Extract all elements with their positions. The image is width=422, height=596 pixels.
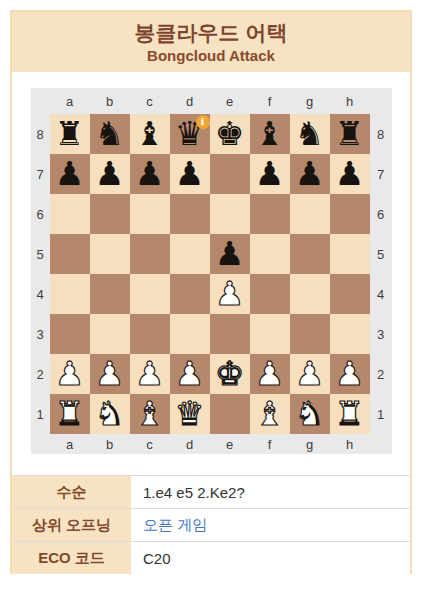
square-a4	[50, 274, 90, 314]
piece-black-knight: ♞	[295, 114, 325, 154]
rank-label-right-2: 2	[370, 354, 392, 394]
piece-white-queen: ♛	[175, 394, 205, 434]
square-h1: ♜	[330, 394, 370, 434]
piece-white-rook: ♜	[55, 394, 85, 434]
square-f3	[250, 314, 290, 354]
square-g4	[290, 274, 330, 314]
piece-black-pawn: ♟	[215, 234, 245, 274]
piece-white-pawn: ♟	[295, 354, 325, 394]
piece-black-rook: ♜	[55, 114, 85, 154]
square-a3	[50, 314, 90, 354]
table-row: ECO 코드 C20	[12, 541, 410, 574]
square-e2: ♚	[210, 354, 250, 394]
file-label-bottom-g: g	[290, 434, 330, 454]
info-icon[interactable]: i	[196, 115, 210, 129]
rank-label-left-1: 1	[31, 394, 50, 434]
board-corner	[31, 88, 50, 114]
square-a1: ♜	[50, 394, 90, 434]
rank-label-right-1: 1	[370, 394, 392, 434]
square-f7: ♟	[250, 154, 290, 194]
square-g7: ♟	[290, 154, 330, 194]
piece-white-pawn: ♟	[95, 354, 125, 394]
square-g6	[290, 194, 330, 234]
square-a7: ♟	[50, 154, 90, 194]
square-b6	[90, 194, 130, 234]
piece-white-rook: ♜	[335, 394, 365, 434]
square-d2: ♟	[170, 354, 210, 394]
file-label-bottom-f: f	[250, 434, 290, 454]
square-g2: ♟	[290, 354, 330, 394]
rank-label-right-4: 4	[370, 274, 392, 314]
square-c5	[130, 234, 170, 274]
square-h7: ♟	[330, 154, 370, 194]
opening-title-korean: 봉클라우드 어택	[135, 20, 288, 46]
square-a8: ♜	[50, 114, 90, 154]
square-h3	[330, 314, 370, 354]
square-b7: ♟	[90, 154, 130, 194]
piece-white-king: ♚	[215, 354, 245, 394]
square-e6	[210, 194, 250, 234]
piece-black-king: ♚	[215, 114, 245, 154]
square-f5	[250, 234, 290, 274]
file-label-top-d: d	[170, 88, 210, 114]
square-h4	[330, 274, 370, 314]
square-d5	[170, 234, 210, 274]
rank-label-right-7: 7	[370, 154, 392, 194]
file-label-bottom-a: a	[50, 434, 90, 454]
rank-label-left-4: 4	[31, 274, 50, 314]
square-f4	[250, 274, 290, 314]
square-a5	[50, 234, 90, 274]
moves-value: 1.e4 e5 2.Ke2?	[131, 476, 410, 508]
square-h6	[330, 194, 370, 234]
square-e5: ♟	[210, 234, 250, 274]
opening-title-english: Bongcloud Attack	[147, 46, 275, 65]
square-e3	[210, 314, 250, 354]
square-h8: ♜	[330, 114, 370, 154]
square-f8: ♝	[250, 114, 290, 154]
square-c3	[130, 314, 170, 354]
square-g1: ♞	[290, 394, 330, 434]
file-label-bottom-e: e	[210, 434, 250, 454]
rank-label-left-7: 7	[31, 154, 50, 194]
square-b4	[90, 274, 130, 314]
piece-black-pawn: ♟	[55, 154, 85, 194]
piece-black-bishop: ♝	[255, 114, 285, 154]
rank-label-left-2: 2	[31, 354, 50, 394]
file-label-top-g: g	[290, 88, 330, 114]
piece-white-pawn: ♟	[175, 354, 205, 394]
square-c8: ♝	[130, 114, 170, 154]
rank-label-left-5: 5	[31, 234, 50, 274]
square-c6	[130, 194, 170, 234]
piece-black-pawn: ♟	[175, 154, 205, 194]
board-corner	[31, 434, 50, 454]
square-h5	[330, 234, 370, 274]
square-b8: ♞	[90, 114, 130, 154]
parent-opening-link[interactable]: 오픈 게임	[143, 516, 207, 535]
square-b2: ♟	[90, 354, 130, 394]
file-label-top-f: f	[250, 88, 290, 114]
square-f2: ♟	[250, 354, 290, 394]
rank-label-right-3: 3	[370, 314, 392, 354]
moves-label: 수순	[12, 476, 131, 508]
piece-black-bishop: ♝	[135, 114, 165, 154]
file-label-bottom-d: d	[170, 434, 210, 454]
piece-white-knight: ♞	[295, 394, 325, 434]
board-corner	[370, 88, 392, 114]
piece-white-pawn: ♟	[215, 274, 245, 314]
square-a2: ♟	[50, 354, 90, 394]
file-label-bottom-h: h	[330, 434, 370, 454]
file-label-top-b: b	[90, 88, 130, 114]
square-c2: ♟	[130, 354, 170, 394]
square-d6	[170, 194, 210, 234]
eco-code-text: C20	[143, 550, 171, 567]
piece-black-pawn: ♟	[295, 154, 325, 194]
file-label-bottom-b: b	[90, 434, 130, 454]
piece-black-pawn: ♟	[255, 154, 285, 194]
square-c7: ♟	[130, 154, 170, 194]
file-label-bottom-c: c	[130, 434, 170, 454]
piece-white-bishop: ♝	[255, 394, 285, 434]
piece-black-knight: ♞	[95, 114, 125, 154]
rank-label-right-5: 5	[370, 234, 392, 274]
chess-board: abcdefgh8♜♞♝♛i♚♝♞♜87♟♟♟♟♟♟♟7665♟54♟4332♟…	[31, 88, 392, 454]
square-h2: ♟	[330, 354, 370, 394]
square-g8: ♞	[290, 114, 330, 154]
page: { "game": "chess", "position": "rnbqkbnr…	[0, 0, 422, 596]
square-c4	[130, 274, 170, 314]
square-e8: ♚	[210, 114, 250, 154]
parent-opening-value: 오픈 게임	[131, 509, 410, 541]
square-b1: ♞	[90, 394, 130, 434]
rank-label-left-8: 8	[31, 114, 50, 154]
piece-white-pawn: ♟	[55, 354, 85, 394]
square-d3	[170, 314, 210, 354]
square-b5	[90, 234, 130, 274]
square-e4: ♟	[210, 274, 250, 314]
piece-white-bishop: ♝	[135, 394, 165, 434]
square-f6	[250, 194, 290, 234]
square-g5	[290, 234, 330, 274]
file-label-top-c: c	[130, 88, 170, 114]
square-e1	[210, 394, 250, 434]
card-header: 봉클라우드 어택 Bongcloud Attack	[12, 12, 410, 72]
piece-white-knight: ♞	[95, 394, 125, 434]
piece-white-pawn: ♟	[335, 354, 365, 394]
file-label-top-h: h	[330, 88, 370, 114]
square-f1: ♝	[250, 394, 290, 434]
parent-opening-label: 상위 오프닝	[12, 509, 131, 541]
square-d4	[170, 274, 210, 314]
file-label-top-e: e	[210, 88, 250, 114]
square-d7: ♟	[170, 154, 210, 194]
table-row: 상위 오프닝 오픈 게임	[12, 508, 410, 541]
square-b3	[90, 314, 130, 354]
moves-text: 1.e4 e5 2.Ke2?	[143, 484, 245, 501]
square-c1: ♝	[130, 394, 170, 434]
square-g3	[290, 314, 330, 354]
piece-black-pawn: ♟	[335, 154, 365, 194]
square-d1: ♛	[170, 394, 210, 434]
board-corner	[370, 434, 392, 454]
file-label-top-a: a	[50, 88, 90, 114]
rank-label-left-6: 6	[31, 194, 50, 234]
piece-black-rook: ♜	[335, 114, 365, 154]
opening-card: 봉클라우드 어택 Bongcloud Attack abcdefgh8♜♞♝♛i…	[10, 10, 412, 574]
opening-info-table: 수순 1.e4 e5 2.Ke2? 상위 오프닝 오픈 게임 ECO 코드 C2…	[12, 475, 410, 574]
table-row: 수순 1.e4 e5 2.Ke2?	[12, 475, 410, 508]
square-e7	[210, 154, 250, 194]
piece-white-pawn: ♟	[255, 354, 285, 394]
piece-white-pawn: ♟	[135, 354, 165, 394]
eco-code-value: C20	[131, 542, 410, 574]
square-a6	[50, 194, 90, 234]
eco-code-label: ECO 코드	[12, 542, 131, 574]
square-d8: ♛i	[170, 114, 210, 154]
piece-black-pawn: ♟	[135, 154, 165, 194]
rank-label-right-6: 6	[370, 194, 392, 234]
rank-label-right-8: 8	[370, 114, 392, 154]
rank-label-left-3: 3	[31, 314, 50, 354]
piece-black-pawn: ♟	[95, 154, 125, 194]
